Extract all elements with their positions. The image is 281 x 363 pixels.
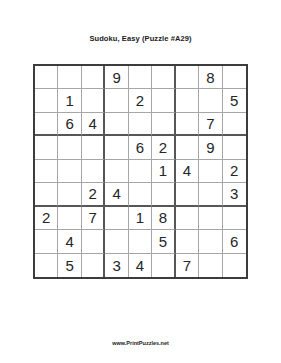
cell-r7c4 — [105, 207, 128, 230]
cell-r6c3: 2 — [82, 183, 105, 206]
cell-r1c9 — [223, 66, 246, 89]
cell-r7c6: 8 — [152, 207, 175, 230]
cell-r3c3: 4 — [82, 113, 105, 136]
cell-r8c1 — [35, 230, 58, 253]
cell-r2c6 — [152, 89, 175, 112]
cell-r1c3 — [82, 66, 105, 89]
cell-r8c4 — [105, 230, 128, 253]
cell-r4c6: 2 — [152, 136, 175, 159]
cell-r2c9: 5 — [223, 89, 246, 112]
cell-r2c1 — [35, 89, 58, 112]
cell-r9c1 — [35, 254, 58, 277]
cell-r8c3 — [82, 230, 105, 253]
cell-r5c4 — [105, 160, 128, 183]
cell-r7c9 — [223, 207, 246, 230]
cell-r6c2 — [58, 183, 81, 206]
cell-r7c3: 7 — [82, 207, 105, 230]
cell-r5c9: 2 — [223, 160, 246, 183]
cell-r9c5: 4 — [129, 254, 152, 277]
cell-r3c9 — [223, 113, 246, 136]
cell-r7c8 — [199, 207, 222, 230]
cell-r5c6: 1 — [152, 160, 175, 183]
cell-r6c8 — [199, 183, 222, 206]
cell-r6c1 — [35, 183, 58, 206]
cell-r6c9: 3 — [223, 183, 246, 206]
cell-r9c6 — [152, 254, 175, 277]
cell-r9c2: 5 — [58, 254, 81, 277]
cell-r4c8: 9 — [199, 136, 222, 159]
cell-r3c6 — [152, 113, 175, 136]
cell-r5c5 — [129, 160, 152, 183]
cell-r2c4 — [105, 89, 128, 112]
cell-r1c7 — [176, 66, 199, 89]
cell-r2c2: 1 — [58, 89, 81, 112]
cell-r9c4: 3 — [105, 254, 128, 277]
cell-r9c3 — [82, 254, 105, 277]
cell-r6c5 — [129, 183, 152, 206]
cell-r4c1 — [35, 136, 58, 159]
cell-r1c1 — [35, 66, 58, 89]
cell-r9c8 — [199, 254, 222, 277]
footer-url: www.PrintPuzzles.net — [0, 340, 281, 346]
cell-r1c6 — [152, 66, 175, 89]
cell-r4c9 — [223, 136, 246, 159]
cell-r9c7: 7 — [176, 254, 199, 277]
cell-r5c2 — [58, 160, 81, 183]
cell-r3c1 — [35, 113, 58, 136]
cell-r1c2 — [58, 66, 81, 89]
cell-r3c2: 6 — [58, 113, 81, 136]
cell-r2c8 — [199, 89, 222, 112]
cell-r8c8 — [199, 230, 222, 253]
cell-r6c6 — [152, 183, 175, 206]
cell-r3c4 — [105, 113, 128, 136]
cell-r1c4: 9 — [105, 66, 128, 89]
cell-r3c7 — [176, 113, 199, 136]
cell-r2c3 — [82, 89, 105, 112]
cell-r5c8 — [199, 160, 222, 183]
cell-r9c9 — [223, 254, 246, 277]
cell-r8c9: 6 — [223, 230, 246, 253]
cell-r7c1: 2 — [35, 207, 58, 230]
cell-r3c5 — [129, 113, 152, 136]
cell-r5c1 — [35, 160, 58, 183]
cell-r5c7: 4 — [176, 160, 199, 183]
cell-r8c6: 5 — [152, 230, 175, 253]
cell-r1c5 — [129, 66, 152, 89]
cell-r8c7 — [176, 230, 199, 253]
cell-r4c4 — [105, 136, 128, 159]
cell-r7c7 — [176, 207, 199, 230]
cell-r7c5: 1 — [129, 207, 152, 230]
cell-r3c8: 7 — [199, 113, 222, 136]
cell-r2c5: 2 — [129, 89, 152, 112]
cell-r6c7 — [176, 183, 199, 206]
cell-r1c8: 8 — [199, 66, 222, 89]
cell-r2c7 — [176, 89, 199, 112]
cell-r7c2 — [58, 207, 81, 230]
cell-r4c5: 6 — [129, 136, 152, 159]
sudoku-board: 9812564762914224327184565347 — [33, 64, 248, 279]
puzzle-title: Sudoku, Easy (Puzzle #A29) — [0, 34, 281, 43]
puzzle-page: Sudoku, Easy (Puzzle #A29) 9812564762914… — [0, 0, 281, 363]
cell-r4c3 — [82, 136, 105, 159]
cell-r4c2 — [58, 136, 81, 159]
cell-r8c5 — [129, 230, 152, 253]
cell-r5c3 — [82, 160, 105, 183]
cell-r8c2: 4 — [58, 230, 81, 253]
cell-r4c7 — [176, 136, 199, 159]
cell-r6c4: 4 — [105, 183, 128, 206]
